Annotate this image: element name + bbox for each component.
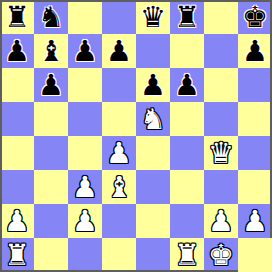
square-e5[interactable]: ♞ [136,102,170,136]
square-a1[interactable]: ♜ [0,238,34,272]
square-h8[interactable]: ♚ [238,0,272,34]
square-e3[interactable] [136,170,170,204]
square-g6[interactable] [204,68,238,102]
square-f3[interactable] [170,170,204,204]
square-f7[interactable] [170,34,204,68]
white-rook-icon[interactable]: ♜ [0,238,34,272]
square-h5[interactable] [238,102,272,136]
square-g1[interactable]: ♚ [204,238,238,272]
square-a8[interactable]: ♜ [0,0,34,34]
square-h4[interactable] [238,136,272,170]
white-pawn-icon[interactable]: ♟ [238,204,272,238]
square-d5[interactable] [102,102,136,136]
white-pawn-icon[interactable]: ♟ [68,170,102,204]
white-pawn-icon[interactable]: ♟ [0,204,34,238]
square-c4[interactable] [68,136,102,170]
square-f1[interactable]: ♜ [170,238,204,272]
square-h2[interactable]: ♟ [238,204,272,238]
square-c6[interactable] [68,68,102,102]
black-rook-icon[interactable]: ♜ [0,0,34,34]
square-a7[interactable]: ♟ [0,34,34,68]
square-e4[interactable] [136,136,170,170]
white-pawn-icon[interactable]: ♟ [204,204,238,238]
square-c7[interactable]: ♟ [68,34,102,68]
square-h6[interactable] [238,68,272,102]
square-b2[interactable] [34,204,68,238]
white-queen-icon[interactable]: ♛ [204,136,238,170]
square-c2[interactable]: ♟ [68,204,102,238]
black-pawn-icon[interactable]: ♟ [102,34,136,68]
square-d6[interactable] [102,68,136,102]
black-queen-icon[interactable]: ♛ [136,0,170,34]
square-f4[interactable] [170,136,204,170]
square-f5[interactable] [170,102,204,136]
square-b1[interactable] [34,238,68,272]
white-pawn-icon[interactable]: ♟ [68,204,102,238]
black-pawn-icon[interactable]: ♟ [238,34,272,68]
square-g8[interactable] [204,0,238,34]
white-rook-icon[interactable]: ♜ [170,238,204,272]
square-b8[interactable]: ♞ [34,0,68,34]
square-c8[interactable] [68,0,102,34]
square-e1[interactable] [136,238,170,272]
square-b3[interactable] [34,170,68,204]
black-rook-icon[interactable]: ♜ [170,0,204,34]
square-d8[interactable] [102,0,136,34]
chess-board-container: ♜♞♛♜♚♟♝♟♟♟♟♟♟♞♟♛♟♝♟♟♟♟♜♜♚ [0,0,272,272]
black-king-icon[interactable]: ♚ [238,0,272,34]
square-a6[interactable] [0,68,34,102]
white-knight-icon[interactable]: ♞ [136,102,170,136]
square-b5[interactable] [34,102,68,136]
white-king-icon[interactable]: ♚ [204,238,238,272]
square-d4[interactable]: ♟ [102,136,136,170]
square-b7[interactable]: ♝ [34,34,68,68]
square-g4[interactable]: ♛ [204,136,238,170]
square-b6[interactable]: ♟ [34,68,68,102]
square-f2[interactable] [170,204,204,238]
square-e8[interactable]: ♛ [136,0,170,34]
square-f6[interactable]: ♟ [170,68,204,102]
square-h7[interactable]: ♟ [238,34,272,68]
square-c1[interactable] [68,238,102,272]
square-g7[interactable] [204,34,238,68]
square-g3[interactable] [204,170,238,204]
square-g2[interactable]: ♟ [204,204,238,238]
square-b4[interactable] [34,136,68,170]
black-knight-icon[interactable]: ♞ [34,0,68,34]
black-pawn-icon[interactable]: ♟ [136,68,170,102]
white-bishop-icon[interactable]: ♝ [102,170,136,204]
square-a4[interactable] [0,136,34,170]
square-e7[interactable] [136,34,170,68]
square-h3[interactable] [238,170,272,204]
black-pawn-icon[interactable]: ♟ [68,34,102,68]
square-f8[interactable]: ♜ [170,0,204,34]
square-c3[interactable]: ♟ [68,170,102,204]
black-pawn-icon[interactable]: ♟ [34,68,68,102]
square-d7[interactable]: ♟ [102,34,136,68]
square-a5[interactable] [0,102,34,136]
square-a3[interactable] [0,170,34,204]
square-e2[interactable] [136,204,170,238]
square-a2[interactable]: ♟ [0,204,34,238]
black-pawn-icon[interactable]: ♟ [170,68,204,102]
square-h1[interactable] [238,238,272,272]
square-d3[interactable]: ♝ [102,170,136,204]
white-pawn-icon[interactable]: ♟ [102,136,136,170]
square-d2[interactable] [102,204,136,238]
square-c5[interactable] [68,102,102,136]
black-pawn-icon[interactable]: ♟ [0,34,34,68]
square-d1[interactable] [102,238,136,272]
square-g5[interactable] [204,102,238,136]
square-e6[interactable]: ♟ [136,68,170,102]
black-bishop-icon[interactable]: ♝ [34,34,68,68]
chess-board: ♜♞♛♜♚♟♝♟♟♟♟♟♟♞♟♛♟♝♟♟♟♟♜♜♚ [0,0,272,272]
